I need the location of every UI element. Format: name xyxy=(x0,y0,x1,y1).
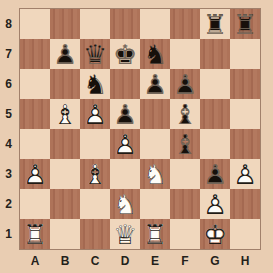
black-queen-outline: ♕ xyxy=(80,39,110,69)
chess-board: ♜♖♜♖♟♙♛♕♚♔♞♘♞♘♟♙♟♙♝♗♟♙♟♙♝♗♟♙♝♗♟♙♝♗♞♘♟♙♟♙… xyxy=(20,9,260,249)
square-a2[interactable] xyxy=(20,189,50,219)
square-a5[interactable] xyxy=(20,99,50,129)
white-knight-outline: ♘ xyxy=(110,189,140,219)
piece-black-pawn[interactable]: ♟♙ xyxy=(170,69,200,99)
square-d3[interactable] xyxy=(110,159,140,189)
square-h5[interactable] xyxy=(230,99,260,129)
piece-black-pawn[interactable]: ♟♙ xyxy=(140,69,170,99)
piece-white-king[interactable]: ♚♔ xyxy=(200,219,230,249)
black-pawn-outline: ♙ xyxy=(140,69,170,99)
square-e5[interactable] xyxy=(140,99,170,129)
square-f8[interactable] xyxy=(170,9,200,39)
file-label-c: C xyxy=(80,251,110,271)
file-label-h: H xyxy=(230,251,260,271)
black-rook-outline: ♖ xyxy=(200,9,230,39)
square-g2[interactable]: ♟♙ xyxy=(200,189,230,219)
white-bishop-glyph: ♝ xyxy=(50,99,80,129)
square-d6[interactable] xyxy=(110,69,140,99)
square-e7[interactable]: ♞♘ xyxy=(140,39,170,69)
white-pawn-outline: ♙ xyxy=(110,129,140,159)
square-f1[interactable] xyxy=(170,219,200,249)
rank-label-2: 2 xyxy=(0,189,17,219)
white-queen-glyph: ♛ xyxy=(110,219,140,249)
black-queen-glyph: ♛ xyxy=(80,39,110,69)
square-d4[interactable]: ♟♙ xyxy=(110,129,140,159)
white-rook-outline: ♖ xyxy=(20,219,50,249)
square-h3[interactable]: ♟♙ xyxy=(230,159,260,189)
piece-black-knight[interactable]: ♞♘ xyxy=(80,69,110,99)
rank-label-8: 8 xyxy=(0,9,17,39)
square-a8[interactable] xyxy=(20,9,50,39)
white-bishop-outline: ♗ xyxy=(80,159,110,189)
black-knight-glyph: ♞ xyxy=(140,39,170,69)
square-b7[interactable]: ♟♙ xyxy=(50,39,80,69)
white-rook-glyph: ♜ xyxy=(140,219,170,249)
black-bishop-outline: ♗ xyxy=(170,99,200,129)
black-knight-glyph: ♞ xyxy=(80,69,110,99)
piece-white-bishop[interactable]: ♝♗ xyxy=(50,99,80,129)
square-g8[interactable]: ♜♖ xyxy=(200,9,230,39)
piece-black-pawn[interactable]: ♟♙ xyxy=(200,159,230,189)
piece-white-knight[interactable]: ♞♘ xyxy=(140,159,170,189)
square-c4[interactable] xyxy=(80,129,110,159)
white-pawn-outline: ♙ xyxy=(200,189,230,219)
piece-white-pawn[interactable]: ♟♙ xyxy=(80,99,110,129)
piece-white-pawn[interactable]: ♟♙ xyxy=(110,129,140,159)
square-h4[interactable] xyxy=(230,129,260,159)
file-label-d: D xyxy=(110,251,140,271)
white-knight-outline: ♘ xyxy=(140,159,170,189)
square-d1[interactable]: ♛♕ xyxy=(110,219,140,249)
piece-black-rook[interactable]: ♜♖ xyxy=(200,9,230,39)
white-pawn-glyph: ♟ xyxy=(110,129,140,159)
white-queen-outline: ♕ xyxy=(110,219,140,249)
square-e2[interactable] xyxy=(140,189,170,219)
black-rook-outline: ♖ xyxy=(230,9,260,39)
square-h6[interactable] xyxy=(230,69,260,99)
white-pawn-glyph: ♟ xyxy=(20,159,50,189)
piece-black-rook[interactable]: ♜♖ xyxy=(230,9,260,39)
chess-diagram: ♜♖♜♖♟♙♛♕♚♔♞♘♞♘♟♙♟♙♝♗♟♙♟♙♝♗♟♙♝♗♟♙♝♗♞♘♟♙♟♙… xyxy=(0,0,273,273)
square-h7[interactable] xyxy=(230,39,260,69)
black-pawn-glyph: ♟ xyxy=(50,39,80,69)
white-rook-outline: ♖ xyxy=(140,219,170,249)
black-knight-outline: ♘ xyxy=(140,39,170,69)
black-king-glyph: ♚ xyxy=(110,39,140,69)
white-pawn-glyph: ♟ xyxy=(200,189,230,219)
black-pawn-outline: ♙ xyxy=(110,99,140,129)
piece-white-knight[interactable]: ♞♘ xyxy=(110,189,140,219)
piece-white-rook[interactable]: ♜♖ xyxy=(140,219,170,249)
square-g7[interactable] xyxy=(200,39,230,69)
square-a3[interactable]: ♟♙ xyxy=(20,159,50,189)
file-label-f: F xyxy=(170,251,200,271)
white-pawn-outline: ♙ xyxy=(80,99,110,129)
file-label-b: B xyxy=(50,251,80,271)
black-bishop-glyph: ♝ xyxy=(170,99,200,129)
piece-white-pawn[interactable]: ♟♙ xyxy=(20,159,50,189)
piece-black-knight[interactable]: ♞♘ xyxy=(140,39,170,69)
square-f5[interactable]: ♝♗ xyxy=(170,99,200,129)
white-knight-glyph: ♞ xyxy=(140,159,170,189)
piece-black-king[interactable]: ♚♔ xyxy=(110,39,140,69)
square-b8[interactable] xyxy=(50,9,80,39)
square-c7[interactable]: ♛♕ xyxy=(80,39,110,69)
square-g4[interactable] xyxy=(200,129,230,159)
piece-black-pawn[interactable]: ♟♙ xyxy=(110,99,140,129)
white-king-outline: ♔ xyxy=(200,219,230,249)
square-d5[interactable]: ♟♙ xyxy=(110,99,140,129)
square-f6[interactable]: ♟♙ xyxy=(170,69,200,99)
square-c1[interactable] xyxy=(80,219,110,249)
square-a4[interactable] xyxy=(20,129,50,159)
square-e8[interactable] xyxy=(140,9,170,39)
black-pawn-outline: ♙ xyxy=(200,159,230,189)
rank-label-4: 4 xyxy=(0,129,17,159)
square-g6[interactable] xyxy=(200,69,230,99)
black-bishop-outline: ♗ xyxy=(170,129,200,159)
square-c2[interactable] xyxy=(80,189,110,219)
rank-label-1: 1 xyxy=(0,219,17,249)
square-e1[interactable]: ♜♖ xyxy=(140,219,170,249)
rank-label-6: 6 xyxy=(0,69,17,99)
black-pawn-glyph: ♟ xyxy=(170,69,200,99)
black-pawn-outline: ♙ xyxy=(170,69,200,99)
square-f2[interactable] xyxy=(170,189,200,219)
black-pawn-glyph: ♟ xyxy=(200,159,230,189)
rank-label-7: 7 xyxy=(0,39,17,69)
square-b5[interactable]: ♝♗ xyxy=(50,99,80,129)
square-b1[interactable] xyxy=(50,219,80,249)
piece-white-queen[interactable]: ♛♕ xyxy=(110,219,140,249)
file-label-e: E xyxy=(140,251,170,271)
square-d7[interactable]: ♚♔ xyxy=(110,39,140,69)
square-g1[interactable]: ♚♔ xyxy=(200,219,230,249)
black-knight-outline: ♘ xyxy=(80,69,110,99)
square-c8[interactable] xyxy=(80,9,110,39)
square-b4[interactable] xyxy=(50,129,80,159)
piece-white-pawn[interactable]: ♟♙ xyxy=(230,159,260,189)
white-king-glyph: ♚ xyxy=(200,219,230,249)
square-b3[interactable] xyxy=(50,159,80,189)
square-a6[interactable] xyxy=(20,69,50,99)
black-bishop-glyph: ♝ xyxy=(170,129,200,159)
white-pawn-glyph: ♟ xyxy=(230,159,260,189)
white-knight-glyph: ♞ xyxy=(110,189,140,219)
white-pawn-outline: ♙ xyxy=(230,159,260,189)
piece-white-rook[interactable]: ♜♖ xyxy=(20,219,50,249)
black-king-outline: ♔ xyxy=(110,39,140,69)
square-h2[interactable] xyxy=(230,189,260,219)
square-b6[interactable] xyxy=(50,69,80,99)
square-h1[interactable] xyxy=(230,219,260,249)
square-c6[interactable]: ♞♘ xyxy=(80,69,110,99)
square-a7[interactable] xyxy=(20,39,50,69)
square-d2[interactable]: ♞♘ xyxy=(110,189,140,219)
square-e4[interactable] xyxy=(140,129,170,159)
white-rook-glyph: ♜ xyxy=(20,219,50,249)
square-c3[interactable]: ♝♗ xyxy=(80,159,110,189)
piece-black-bishop[interactable]: ♝♗ xyxy=(170,129,200,159)
square-d8[interactable] xyxy=(110,9,140,39)
piece-black-queen[interactable]: ♛♕ xyxy=(80,39,110,69)
white-bishop-glyph: ♝ xyxy=(80,159,110,189)
black-pawn-glyph: ♟ xyxy=(110,99,140,129)
white-pawn-glyph: ♟ xyxy=(80,99,110,129)
black-rook-glyph: ♜ xyxy=(230,9,260,39)
square-e3[interactable]: ♞♘ xyxy=(140,159,170,189)
rank-label-3: 3 xyxy=(0,159,17,189)
square-g3[interactable]: ♟♙ xyxy=(200,159,230,189)
file-label-a: A xyxy=(20,251,50,271)
square-c5[interactable]: ♟♙ xyxy=(80,99,110,129)
square-a1[interactable]: ♜♖ xyxy=(20,219,50,249)
square-h8[interactable]: ♜♖ xyxy=(230,9,260,39)
square-e6[interactable]: ♟♙ xyxy=(140,69,170,99)
piece-black-pawn[interactable]: ♟♙ xyxy=(50,39,80,69)
square-f7[interactable] xyxy=(170,39,200,69)
square-f3[interactable] xyxy=(170,159,200,189)
black-pawn-glyph: ♟ xyxy=(140,69,170,99)
square-b2[interactable] xyxy=(50,189,80,219)
rank-label-5: 5 xyxy=(0,99,17,129)
white-pawn-outline: ♙ xyxy=(20,159,50,189)
square-g5[interactable] xyxy=(200,99,230,129)
square-f4[interactable]: ♝♗ xyxy=(170,129,200,159)
black-pawn-outline: ♙ xyxy=(50,39,80,69)
file-label-g: G xyxy=(200,251,230,271)
piece-white-bishop[interactable]: ♝♗ xyxy=(80,159,110,189)
piece-black-bishop[interactable]: ♝♗ xyxy=(170,99,200,129)
white-bishop-outline: ♗ xyxy=(50,99,80,129)
black-rook-glyph: ♜ xyxy=(200,9,230,39)
piece-white-pawn[interactable]: ♟♙ xyxy=(200,189,230,219)
